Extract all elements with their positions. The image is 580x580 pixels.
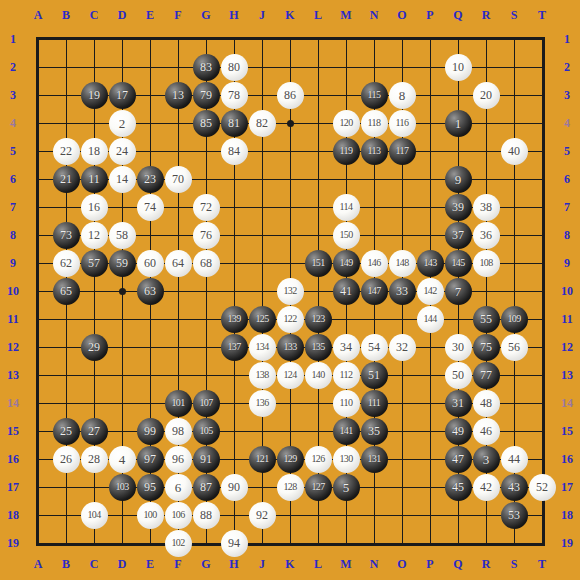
black-stone: 113 — [361, 138, 388, 165]
column-label-top: O — [388, 8, 416, 22]
column-label-top: Q — [444, 8, 472, 22]
move-number: 99 — [144, 425, 156, 437]
move-number: 139 — [227, 314, 240, 324]
move-number: 45 — [452, 481, 464, 493]
black-stone: 129 — [277, 446, 304, 473]
row-label-left: 8 — [1, 228, 25, 242]
black-stone: 5 — [333, 474, 360, 501]
black-stone: 105 — [193, 418, 220, 445]
move-number: 148 — [395, 258, 408, 268]
black-stone: 21 — [53, 166, 80, 193]
move-number: 62 — [60, 257, 72, 269]
move-number: 138 — [255, 370, 268, 380]
move-number: 134 — [255, 342, 268, 352]
row-label-left: 9 — [1, 256, 25, 270]
move-number: 94 — [228, 537, 240, 549]
black-stone: 43 — [501, 474, 528, 501]
move-number: 75 — [480, 341, 492, 353]
move-number: 129 — [283, 454, 296, 464]
column-label-bottom: P — [416, 557, 444, 571]
row-label-left: 13 — [1, 368, 25, 382]
move-number: 18 — [88, 145, 100, 157]
move-number: 147 — [367, 286, 380, 296]
row-label-right: 14 — [555, 396, 579, 410]
move-number: 80 — [228, 61, 240, 73]
move-number: 21 — [60, 173, 72, 185]
move-number: 65 — [60, 285, 72, 297]
white-stone: 104 — [81, 502, 108, 529]
white-stone: 54 — [361, 334, 388, 361]
move-number: 8 — [399, 89, 406, 102]
white-stone: 128 — [277, 474, 304, 501]
move-number: 135 — [311, 342, 324, 352]
white-stone: 10 — [445, 54, 472, 81]
white-stone: 22 — [53, 138, 80, 165]
column-label-top: J — [248, 8, 276, 22]
column-label-top: K — [276, 8, 304, 22]
move-number: 120 — [339, 118, 352, 128]
white-stone: 140 — [305, 362, 332, 389]
move-number: 63 — [144, 285, 156, 297]
black-stone: 143 — [417, 250, 444, 277]
white-stone: 40 — [501, 138, 528, 165]
row-label-right: 19 — [555, 536, 579, 550]
move-number: 91 — [200, 453, 212, 465]
black-stone: 79 — [193, 82, 220, 109]
black-stone: 85 — [193, 110, 220, 137]
move-number: 142 — [423, 286, 436, 296]
white-stone: 122 — [277, 306, 304, 333]
column-label-bottom: O — [388, 557, 416, 571]
move-number: 140 — [311, 370, 324, 380]
move-number: 76 — [200, 229, 212, 241]
white-stone: 6 — [165, 474, 192, 501]
white-stone: 110 — [333, 390, 360, 417]
black-stone: 13 — [165, 82, 192, 109]
column-label-bottom: G — [192, 557, 220, 571]
move-number: 49 — [452, 425, 464, 437]
white-stone: 50 — [445, 362, 472, 389]
move-number: 20 — [480, 89, 492, 101]
move-number: 28 — [88, 453, 100, 465]
move-number: 7 — [455, 285, 462, 298]
white-stone: 16 — [81, 194, 108, 221]
row-label-left: 10 — [1, 284, 25, 298]
move-number: 36 — [480, 229, 492, 241]
black-stone: 41 — [333, 278, 360, 305]
black-stone: 147 — [361, 278, 388, 305]
move-number: 47 — [452, 453, 464, 465]
column-label-bottom: E — [136, 557, 164, 571]
black-stone: 133 — [277, 334, 304, 361]
move-number: 38 — [480, 201, 492, 213]
black-stone: 39 — [445, 194, 472, 221]
column-label-top: F — [164, 8, 192, 22]
black-stone: 19 — [81, 82, 108, 109]
move-number: 26 — [60, 453, 72, 465]
white-stone: 2 — [109, 110, 136, 137]
move-number: 144 — [423, 314, 436, 324]
move-number: 81 — [228, 117, 240, 129]
white-stone: 130 — [333, 446, 360, 473]
white-stone: 114 — [333, 194, 360, 221]
move-number: 123 — [311, 314, 324, 324]
white-stone: 36 — [473, 222, 500, 249]
move-number: 13 — [172, 89, 184, 101]
row-label-left: 4 — [1, 116, 25, 130]
move-number: 64 — [172, 257, 184, 269]
move-number: 6 — [175, 481, 182, 494]
black-stone: 145 — [445, 250, 472, 277]
column-label-bottom: D — [108, 557, 136, 571]
move-number: 128 — [283, 482, 296, 492]
move-number: 51 — [368, 369, 380, 381]
column-label-bottom: A — [24, 557, 52, 571]
move-number: 136 — [255, 398, 268, 408]
white-stone: 62 — [53, 250, 80, 277]
black-stone: 137 — [221, 334, 248, 361]
white-stone: 80 — [221, 54, 248, 81]
black-stone: 23 — [137, 166, 164, 193]
column-label-bottom: T — [528, 557, 556, 571]
move-number: 55 — [480, 313, 492, 325]
white-stone: 74 — [137, 194, 164, 221]
column-label-top: T — [528, 8, 556, 22]
black-stone: 119 — [333, 138, 360, 165]
move-number: 84 — [228, 145, 240, 157]
move-number: 107 — [199, 398, 212, 408]
black-stone: 49 — [445, 418, 472, 445]
move-number: 115 — [368, 90, 381, 100]
row-label-left: 12 — [1, 340, 25, 354]
column-label-bottom: M — [332, 557, 360, 571]
white-stone: 30 — [445, 334, 472, 361]
white-stone: 78 — [221, 82, 248, 109]
black-stone: 127 — [305, 474, 332, 501]
black-stone: 65 — [53, 278, 80, 305]
black-stone: 81 — [221, 110, 248, 137]
move-number: 56 — [508, 341, 520, 353]
row-label-left: 2 — [1, 60, 25, 74]
white-stone: 52 — [529, 474, 556, 501]
column-label-top: E — [136, 8, 164, 22]
move-number: 78 — [228, 89, 240, 101]
move-number: 110 — [340, 398, 353, 408]
move-number: 33 — [396, 285, 408, 297]
black-stone: 27 — [81, 418, 108, 445]
white-stone: 76 — [193, 222, 220, 249]
move-number: 16 — [88, 201, 100, 213]
row-label-right: 4 — [555, 116, 579, 130]
row-label-right: 11 — [555, 312, 579, 326]
move-number: 105 — [199, 426, 212, 436]
row-label-right: 2 — [555, 60, 579, 74]
go-board[interactable]: AABBCCDDEEFFGGHHJJKKLLMMNNOOPPQQRRSSTT11… — [0, 0, 580, 580]
move-number: 29 — [88, 341, 100, 353]
black-stone: 131 — [361, 446, 388, 473]
move-number: 86 — [284, 89, 296, 101]
row-label-left: 11 — [1, 312, 25, 326]
black-stone: 87 — [193, 474, 220, 501]
row-label-right: 1 — [555, 32, 579, 46]
black-stone: 63 — [137, 278, 164, 305]
row-label-left: 1 — [1, 32, 25, 46]
white-stone: 86 — [277, 82, 304, 109]
black-stone: 59 — [109, 250, 136, 277]
move-number: 103 — [115, 482, 128, 492]
black-stone: 83 — [193, 54, 220, 81]
move-number: 17 — [116, 89, 128, 101]
row-label-left: 6 — [1, 172, 25, 186]
black-stone: 7 — [445, 278, 472, 305]
move-number: 10 — [452, 61, 464, 73]
move-number: 24 — [116, 145, 128, 157]
white-stone: 4 — [109, 446, 136, 473]
move-number: 48 — [480, 397, 492, 409]
black-stone: 107 — [193, 390, 220, 417]
black-stone: 25 — [53, 418, 80, 445]
white-stone: 48 — [473, 390, 500, 417]
column-label-top: S — [500, 8, 528, 22]
row-label-right: 6 — [555, 172, 579, 186]
row-label-right: 12 — [555, 340, 579, 354]
row-label-left: 18 — [1, 508, 25, 522]
black-stone: 45 — [445, 474, 472, 501]
move-number: 46 — [480, 425, 492, 437]
move-number: 68 — [200, 257, 212, 269]
black-stone: 47 — [445, 446, 472, 473]
white-stone: 8 — [389, 82, 416, 109]
white-stone: 44 — [501, 446, 528, 473]
move-number: 87 — [200, 481, 212, 493]
move-number: 2 — [119, 117, 126, 130]
white-stone: 112 — [333, 362, 360, 389]
white-stone: 88 — [193, 502, 220, 529]
white-stone: 42 — [473, 474, 500, 501]
move-number: 141 — [339, 426, 352, 436]
move-number: 95 — [144, 481, 156, 493]
row-label-left: 16 — [1, 452, 25, 466]
star-point — [119, 288, 126, 295]
row-label-right: 17 — [555, 480, 579, 494]
move-number: 97 — [144, 453, 156, 465]
move-number: 114 — [340, 202, 353, 212]
move-number: 37 — [452, 229, 464, 241]
white-stone: 102 — [165, 530, 192, 557]
column-label-bottom: Q — [444, 557, 472, 571]
move-number: 25 — [60, 425, 72, 437]
white-stone: 68 — [193, 250, 220, 277]
move-number: 72 — [200, 201, 212, 213]
white-stone: 108 — [473, 250, 500, 277]
column-label-top: D — [108, 8, 136, 22]
black-stone: 53 — [501, 502, 528, 529]
black-stone: 75 — [473, 334, 500, 361]
move-number: 133 — [283, 342, 296, 352]
white-stone: 148 — [389, 250, 416, 277]
white-stone: 60 — [137, 250, 164, 277]
white-stone: 28 — [81, 446, 108, 473]
white-stone: 20 — [473, 82, 500, 109]
white-stone: 72 — [193, 194, 220, 221]
white-stone: 126 — [305, 446, 332, 473]
white-stone: 124 — [277, 362, 304, 389]
white-stone: 132 — [277, 278, 304, 305]
move-number: 126 — [311, 454, 324, 464]
move-number: 11 — [88, 173, 100, 185]
column-label-top: C — [80, 8, 108, 22]
column-label-top: R — [472, 8, 500, 22]
move-number: 44 — [508, 453, 520, 465]
white-stone: 38 — [473, 194, 500, 221]
move-number: 100 — [143, 510, 156, 520]
black-stone: 111 — [361, 390, 388, 417]
black-stone: 33 — [389, 278, 416, 305]
move-number: 73 — [60, 229, 72, 241]
move-number: 124 — [283, 370, 296, 380]
white-stone: 94 — [221, 530, 248, 557]
white-stone: 70 — [165, 166, 192, 193]
row-label-right: 8 — [555, 228, 579, 242]
move-number: 4 — [119, 453, 126, 466]
white-stone: 58 — [109, 222, 136, 249]
move-number: 88 — [200, 509, 212, 521]
move-number: 85 — [200, 117, 212, 129]
move-number: 40 — [508, 145, 520, 157]
black-stone: 117 — [389, 138, 416, 165]
row-label-left: 5 — [1, 144, 25, 158]
move-number: 102 — [171, 538, 184, 548]
white-stone: 32 — [389, 334, 416, 361]
column-label-top: N — [360, 8, 388, 22]
row-label-left: 14 — [1, 396, 25, 410]
move-number: 149 — [339, 258, 352, 268]
white-stone: 144 — [417, 306, 444, 333]
white-stone: 90 — [221, 474, 248, 501]
column-label-bottom: B — [52, 557, 80, 571]
white-stone: 24 — [109, 138, 136, 165]
black-stone: 37 — [445, 222, 472, 249]
black-stone: 91 — [193, 446, 220, 473]
move-number: 101 — [171, 398, 184, 408]
column-label-bottom: K — [276, 557, 304, 571]
move-number: 130 — [339, 454, 352, 464]
column-label-bottom: L — [304, 557, 332, 571]
black-stone: 139 — [221, 306, 248, 333]
move-number: 60 — [144, 257, 156, 269]
column-label-bottom: S — [500, 557, 528, 571]
move-number: 39 — [452, 201, 464, 213]
move-number: 146 — [367, 258, 380, 268]
white-stone: 116 — [389, 110, 416, 137]
black-stone: 17 — [109, 82, 136, 109]
black-stone: 103 — [109, 474, 136, 501]
move-number: 113 — [368, 146, 381, 156]
move-number: 54 — [368, 341, 380, 353]
row-label-right: 5 — [555, 144, 579, 158]
move-number: 116 — [396, 118, 409, 128]
move-number: 127 — [311, 482, 324, 492]
black-stone: 29 — [81, 334, 108, 361]
column-label-bottom: J — [248, 557, 276, 571]
white-stone: 34 — [333, 334, 360, 361]
move-number: 82 — [256, 117, 268, 129]
move-number: 117 — [396, 146, 409, 156]
move-number: 27 — [88, 425, 100, 437]
move-number: 52 — [536, 481, 548, 493]
column-label-top: A — [24, 8, 52, 22]
move-number: 98 — [172, 425, 184, 437]
move-number: 23 — [144, 173, 156, 185]
column-label-bottom: N — [360, 557, 388, 571]
white-stone: 82 — [249, 110, 276, 137]
column-label-top: L — [304, 8, 332, 22]
move-number: 22 — [60, 145, 72, 157]
black-stone: 1 — [445, 110, 472, 137]
column-label-top: M — [332, 8, 360, 22]
move-number: 41 — [340, 285, 352, 297]
white-stone: 26 — [53, 446, 80, 473]
black-stone: 51 — [361, 362, 388, 389]
row-label-right: 15 — [555, 424, 579, 438]
column-label-bottom: R — [472, 557, 500, 571]
row-label-left: 19 — [1, 536, 25, 550]
move-number: 70 — [172, 173, 184, 185]
move-number: 109 — [507, 314, 520, 324]
move-number: 151 — [311, 258, 324, 268]
move-number: 31 — [452, 397, 464, 409]
row-label-right: 7 — [555, 200, 579, 214]
move-number: 132 — [283, 286, 296, 296]
black-stone: 141 — [333, 418, 360, 445]
move-number: 90 — [228, 481, 240, 493]
black-stone: 9 — [445, 166, 472, 193]
white-stone: 142 — [417, 278, 444, 305]
move-number: 118 — [368, 118, 381, 128]
move-number: 145 — [451, 258, 464, 268]
move-number: 121 — [255, 454, 268, 464]
column-label-top: H — [220, 8, 248, 22]
white-stone: 56 — [501, 334, 528, 361]
column-label-top: G — [192, 8, 220, 22]
black-stone: 121 — [249, 446, 276, 473]
move-number: 1 — [455, 117, 462, 130]
black-stone: 11 — [81, 166, 108, 193]
star-point — [287, 120, 294, 127]
move-number: 59 — [116, 257, 128, 269]
black-stone: 151 — [305, 250, 332, 277]
row-label-right: 3 — [555, 88, 579, 102]
move-number: 143 — [423, 258, 436, 268]
row-label-left: 15 — [1, 424, 25, 438]
black-stone: 97 — [137, 446, 164, 473]
black-stone: 57 — [81, 250, 108, 277]
row-label-left: 7 — [1, 200, 25, 214]
move-number: 53 — [508, 509, 520, 521]
column-label-bottom: F — [164, 557, 192, 571]
row-label-left: 3 — [1, 88, 25, 102]
white-stone: 46 — [473, 418, 500, 445]
move-number: 122 — [283, 314, 296, 324]
white-stone: 106 — [165, 502, 192, 529]
row-label-right: 10 — [555, 284, 579, 298]
white-stone: 64 — [165, 250, 192, 277]
move-number: 3 — [483, 453, 490, 466]
white-stone: 92 — [249, 502, 276, 529]
black-stone: 101 — [165, 390, 192, 417]
move-number: 112 — [340, 370, 353, 380]
white-stone: 146 — [361, 250, 388, 277]
